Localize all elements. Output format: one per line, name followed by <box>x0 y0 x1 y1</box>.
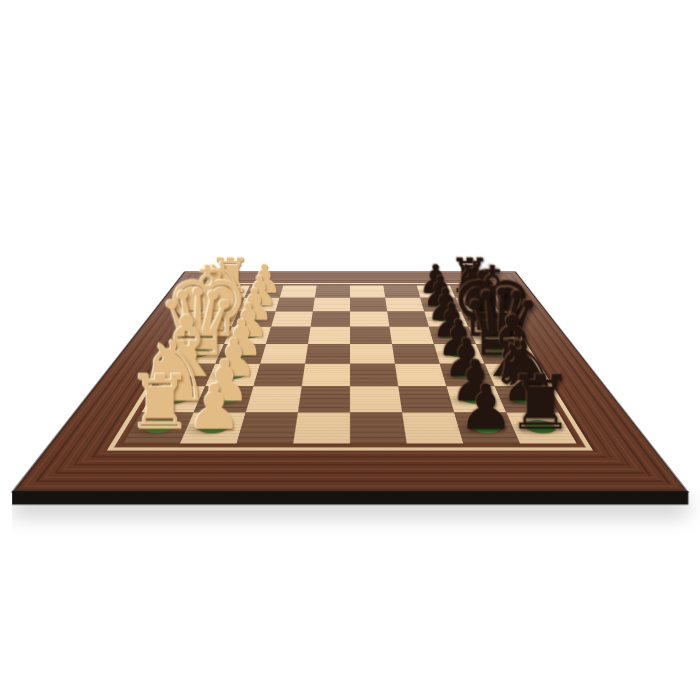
board-edge <box>12 491 688 505</box>
board-squares: ♜♟♟♜♞♟♟♞♝♟♟♝♚♟♟♚♛♟♟♛♝♟♟♝♞♟♟♞♜♟♟♜ <box>123 286 576 444</box>
chess-board: ♜♟♟♜♞♟♟♞♝♟♟♝♚♟♟♚♛♟♟♛♝♟♟♝♞♟♟♞♜♟♟♜ <box>15 272 685 491</box>
photo-background: ♜♟♟♜♞♟♟♞♝♟♟♝♚♟♟♚♛♟♟♛♝♟♟♝♞♟♟♞♜♟♟♜ <box>0 0 700 700</box>
board-border-near <box>15 443 685 491</box>
